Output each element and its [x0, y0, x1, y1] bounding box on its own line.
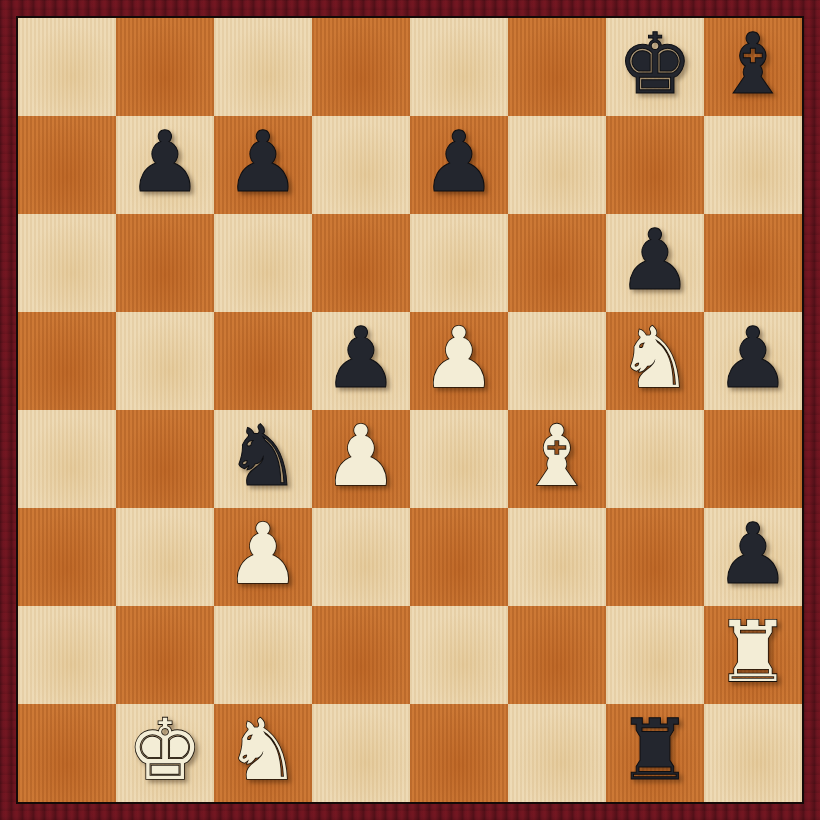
square-d7[interactable]	[312, 116, 410, 214]
square-h6[interactable]	[704, 214, 802, 312]
square-c8[interactable]	[214, 18, 312, 116]
square-g6[interactable]: ♟	[606, 214, 704, 312]
square-f1[interactable]	[508, 704, 606, 802]
square-g3[interactable]	[606, 508, 704, 606]
square-g1[interactable]: ♜	[606, 704, 704, 802]
square-h2[interactable]: ♜	[704, 606, 802, 704]
square-d4[interactable]: ♟	[312, 410, 410, 508]
square-h7[interactable]	[704, 116, 802, 214]
square-e8[interactable]	[410, 18, 508, 116]
square-g4[interactable]	[606, 410, 704, 508]
piece-white-pawn[interactable]: ♟	[214, 505, 312, 603]
piece-black-pawn[interactable]: ♟	[606, 211, 704, 309]
square-h5[interactable]: ♟	[704, 312, 802, 410]
square-d2[interactable]	[312, 606, 410, 704]
square-e7[interactable]: ♟	[410, 116, 508, 214]
piece-white-knight[interactable]: ♞	[606, 309, 704, 407]
piece-white-king[interactable]: ♚	[116, 701, 214, 799]
square-b3[interactable]	[116, 508, 214, 606]
piece-black-pawn[interactable]: ♟	[704, 505, 802, 603]
square-a4[interactable]	[18, 410, 116, 508]
piece-black-pawn[interactable]: ♟	[214, 113, 312, 211]
square-h1[interactable]	[704, 704, 802, 802]
square-d6[interactable]	[312, 214, 410, 312]
square-e2[interactable]	[410, 606, 508, 704]
piece-black-knight[interactable]: ♞	[214, 407, 312, 505]
square-f2[interactable]	[508, 606, 606, 704]
square-h4[interactable]	[704, 410, 802, 508]
square-f8[interactable]	[508, 18, 606, 116]
square-f5[interactable]	[508, 312, 606, 410]
square-a6[interactable]	[18, 214, 116, 312]
square-a1[interactable]	[18, 704, 116, 802]
square-c3[interactable]: ♟	[214, 508, 312, 606]
square-b7[interactable]: ♟	[116, 116, 214, 214]
square-h3[interactable]: ♟	[704, 508, 802, 606]
square-a7[interactable]	[18, 116, 116, 214]
square-h8[interactable]: ♝	[704, 18, 802, 116]
piece-white-pawn[interactable]: ♟	[312, 407, 410, 505]
square-f6[interactable]	[508, 214, 606, 312]
square-e4[interactable]	[410, 410, 508, 508]
piece-black-pawn[interactable]: ♟	[704, 309, 802, 407]
square-d1[interactable]	[312, 704, 410, 802]
piece-black-rook[interactable]: ♜	[606, 701, 704, 799]
square-f7[interactable]	[508, 116, 606, 214]
square-f3[interactable]	[508, 508, 606, 606]
square-g7[interactable]	[606, 116, 704, 214]
square-d3[interactable]	[312, 508, 410, 606]
square-e1[interactable]	[410, 704, 508, 802]
square-d5[interactable]: ♟	[312, 312, 410, 410]
square-e3[interactable]	[410, 508, 508, 606]
square-a3[interactable]	[18, 508, 116, 606]
square-c2[interactable]	[214, 606, 312, 704]
piece-white-rook[interactable]: ♜	[704, 603, 802, 701]
square-d8[interactable]	[312, 18, 410, 116]
piece-black-pawn[interactable]: ♟	[116, 113, 214, 211]
square-g8[interactable]: ♚	[606, 18, 704, 116]
square-b1[interactable]: ♚	[116, 704, 214, 802]
chess-board: ♚♝♟♟♟♟♟♟♞♟♞♟♝♟♟♜♚♞♜	[18, 18, 802, 802]
piece-black-king[interactable]: ♚	[606, 15, 704, 113]
square-a8[interactable]	[18, 18, 116, 116]
piece-black-bishop[interactable]: ♝	[704, 15, 802, 113]
square-g2[interactable]	[606, 606, 704, 704]
board-frame: ♚♝♟♟♟♟♟♟♞♟♞♟♝♟♟♜♚♞♜	[0, 0, 820, 820]
square-c4[interactable]: ♞	[214, 410, 312, 508]
square-f4[interactable]: ♝	[508, 410, 606, 508]
square-c5[interactable]	[214, 312, 312, 410]
square-e5[interactable]: ♟	[410, 312, 508, 410]
square-c6[interactable]	[214, 214, 312, 312]
square-g5[interactable]: ♞	[606, 312, 704, 410]
square-b6[interactable]	[116, 214, 214, 312]
square-a2[interactable]	[18, 606, 116, 704]
board-border-line: ♚♝♟♟♟♟♟♟♞♟♞♟♝♟♟♜♚♞♜	[16, 16, 804, 804]
piece-white-pawn[interactable]: ♟	[410, 309, 508, 407]
square-c7[interactable]: ♟	[214, 116, 312, 214]
square-b5[interactable]	[116, 312, 214, 410]
square-c1[interactable]: ♞	[214, 704, 312, 802]
square-b8[interactable]	[116, 18, 214, 116]
piece-black-pawn[interactable]: ♟	[312, 309, 410, 407]
square-b4[interactable]	[116, 410, 214, 508]
piece-white-bishop[interactable]: ♝	[508, 407, 606, 505]
square-b2[interactable]	[116, 606, 214, 704]
square-e6[interactable]	[410, 214, 508, 312]
piece-black-pawn[interactable]: ♟	[410, 113, 508, 211]
piece-white-knight[interactable]: ♞	[214, 701, 312, 799]
square-a5[interactable]	[18, 312, 116, 410]
